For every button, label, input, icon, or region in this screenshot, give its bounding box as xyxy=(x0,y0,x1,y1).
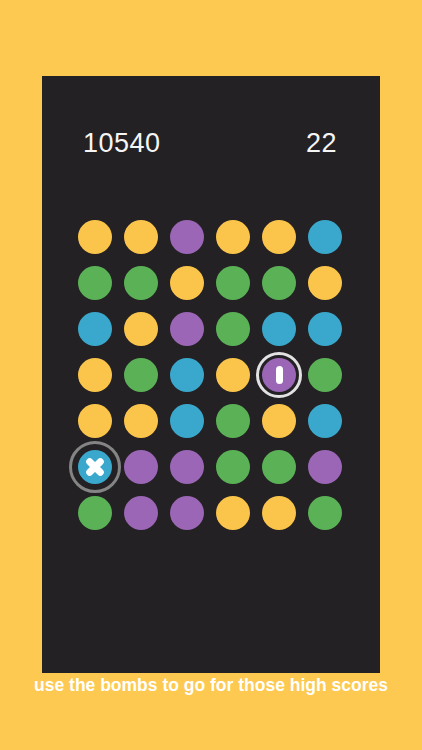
dot-green[interactable] xyxy=(262,266,296,300)
cell-r5c3[interactable] xyxy=(164,398,210,444)
dot-purple[interactable] xyxy=(170,450,204,484)
dot-purple[interactable] xyxy=(308,450,342,484)
cell-r3c2[interactable] xyxy=(118,306,164,352)
dot-yellow[interactable] xyxy=(78,404,112,438)
cell-r7c4[interactable] xyxy=(210,490,256,536)
cell-r1c1[interactable] xyxy=(72,214,118,260)
cell-r2c1[interactable] xyxy=(72,260,118,306)
cell-r1c3[interactable] xyxy=(164,214,210,260)
line-bomb-glyph xyxy=(276,366,283,384)
board-grid xyxy=(72,214,348,536)
dot-green[interactable] xyxy=(216,404,250,438)
game-board-panel: 10540 22 xyxy=(42,76,380,673)
cell-r7c2[interactable] xyxy=(118,490,164,536)
cell-r5c1[interactable] xyxy=(72,398,118,444)
cell-r5c4[interactable] xyxy=(210,398,256,444)
dot-green[interactable] xyxy=(216,312,250,346)
dot-blue[interactable] xyxy=(170,404,204,438)
dot-yellow[interactable] xyxy=(170,266,204,300)
dot-yellow[interactable] xyxy=(124,220,158,254)
dot-yellow[interactable] xyxy=(308,266,342,300)
cell-r3c5[interactable] xyxy=(256,306,302,352)
dot-green[interactable] xyxy=(262,450,296,484)
cell-r7c1[interactable] xyxy=(72,490,118,536)
cell-r3c4[interactable] xyxy=(210,306,256,352)
dot-yellow[interactable] xyxy=(124,404,158,438)
cell-r6c6[interactable] xyxy=(302,444,348,490)
cell-r1c4[interactable] xyxy=(210,214,256,260)
dot-green[interactable] xyxy=(124,266,158,300)
cell-r1c6[interactable] xyxy=(302,214,348,260)
dot-green[interactable] xyxy=(124,358,158,392)
dot-green[interactable] xyxy=(216,450,250,484)
dot-yellow[interactable] xyxy=(262,404,296,438)
dot-yellow[interactable] xyxy=(216,358,250,392)
dot-purple[interactable] xyxy=(170,496,204,530)
cell-r6c3[interactable] xyxy=(164,444,210,490)
dot-purple[interactable] xyxy=(124,450,158,484)
cell-r7c3[interactable] xyxy=(164,490,210,536)
dot-blue[interactable] xyxy=(308,312,342,346)
line-bomb-dot-purple[interactable] xyxy=(262,358,296,392)
cell-r3c6[interactable] xyxy=(302,306,348,352)
cell-r2c3[interactable] xyxy=(164,260,210,306)
dot-green[interactable] xyxy=(78,496,112,530)
dot-blue[interactable] xyxy=(262,312,296,346)
cell-r3c3[interactable] xyxy=(164,306,210,352)
dot-green[interactable] xyxy=(308,358,342,392)
score-value: 10540 xyxy=(83,129,161,159)
dot-purple[interactable] xyxy=(124,496,158,530)
dot-yellow[interactable] xyxy=(78,220,112,254)
dot-yellow[interactable] xyxy=(262,220,296,254)
dot-blue[interactable] xyxy=(170,358,204,392)
cross-bomb-dot-blue[interactable] xyxy=(78,450,112,484)
cell-r5c2[interactable] xyxy=(118,398,164,444)
dot-green[interactable] xyxy=(216,266,250,300)
dot-yellow[interactable] xyxy=(216,496,250,530)
dot-yellow[interactable] xyxy=(124,312,158,346)
dot-purple[interactable] xyxy=(170,220,204,254)
cell-r5c6[interactable] xyxy=(302,398,348,444)
hint-caption: use the bombs to go for those high score… xyxy=(0,675,422,696)
dot-green[interactable] xyxy=(308,496,342,530)
cell-r6c2[interactable] xyxy=(118,444,164,490)
cell-r6c4[interactable] xyxy=(210,444,256,490)
cell-r4c5[interactable] xyxy=(256,352,302,398)
cell-r4c6[interactable] xyxy=(302,352,348,398)
dot-yellow[interactable] xyxy=(216,220,250,254)
cell-r6c1[interactable] xyxy=(72,444,118,490)
cell-r2c2[interactable] xyxy=(118,260,164,306)
dot-blue[interactable] xyxy=(78,312,112,346)
cell-r4c4[interactable] xyxy=(210,352,256,398)
cell-r5c5[interactable] xyxy=(256,398,302,444)
cell-r3c1[interactable] xyxy=(72,306,118,352)
dot-yellow[interactable] xyxy=(262,496,296,530)
cell-r1c2[interactable] xyxy=(118,214,164,260)
cell-r1c5[interactable] xyxy=(256,214,302,260)
dot-yellow[interactable] xyxy=(78,358,112,392)
cross-bomb-glyph xyxy=(84,456,106,478)
dot-purple[interactable] xyxy=(170,312,204,346)
cell-r2c5[interactable] xyxy=(256,260,302,306)
cell-r7c6[interactable] xyxy=(302,490,348,536)
dot-green[interactable] xyxy=(78,266,112,300)
cell-r4c1[interactable] xyxy=(72,352,118,398)
moves-remaining: 22 xyxy=(306,129,337,159)
cell-r2c6[interactable] xyxy=(302,260,348,306)
cell-r2c4[interactable] xyxy=(210,260,256,306)
hud: 10540 22 xyxy=(83,129,337,159)
cell-r4c2[interactable] xyxy=(118,352,164,398)
cell-r7c5[interactable] xyxy=(256,490,302,536)
cell-r6c5[interactable] xyxy=(256,444,302,490)
cell-r4c3[interactable] xyxy=(164,352,210,398)
dot-blue[interactable] xyxy=(308,404,342,438)
dot-blue[interactable] xyxy=(308,220,342,254)
